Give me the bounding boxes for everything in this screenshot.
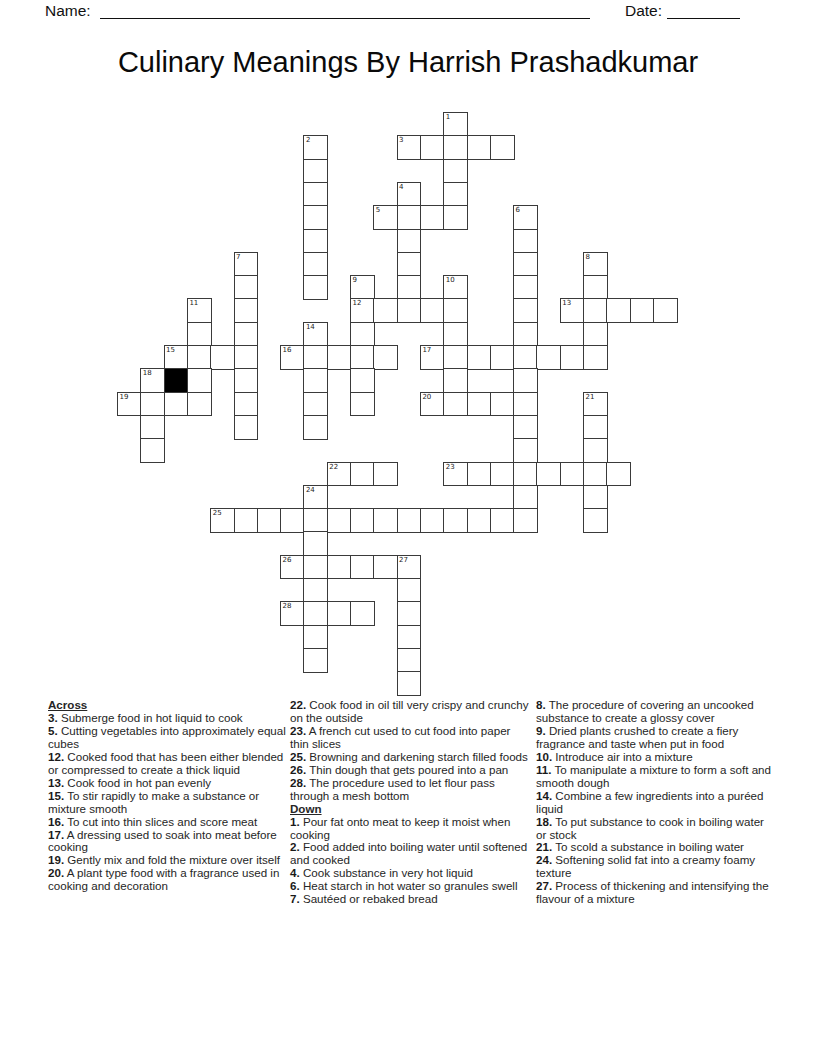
grid-cell[interactable] <box>583 508 608 533</box>
grid-cell[interactable]: 10 <box>443 275 468 300</box>
clue-number: 23. <box>290 724 306 737</box>
grid-cell[interactable] <box>373 508 398 533</box>
grid-cell[interactable] <box>327 345 352 370</box>
clue-number: 11. <box>536 763 551 776</box>
clue-text: A plant type food with a fragrance used … <box>48 866 279 892</box>
clue-item: 15. To stir rapidly to make a substance … <box>48 790 288 816</box>
date-label: Date: <box>625 2 662 20</box>
grid-cell[interactable] <box>513 322 538 347</box>
grid-cell[interactable] <box>606 462 631 487</box>
clue-number: 21. <box>536 840 552 853</box>
clue-number: 16. <box>48 815 64 828</box>
cell-number: 18 <box>143 369 152 377</box>
grid-cell[interactable] <box>257 508 282 533</box>
grid-cell[interactable] <box>210 345 235 370</box>
grid-cell[interactable] <box>397 508 422 533</box>
grid-cell[interactable] <box>583 485 608 510</box>
grid-cell[interactable] <box>513 345 538 370</box>
grid-cell[interactable] <box>397 205 422 230</box>
grid-cell[interactable] <box>513 485 538 510</box>
clue-text: Dried plants crushed to create a fiery f… <box>536 724 738 750</box>
grid-cell[interactable] <box>350 555 375 580</box>
grid-cell[interactable] <box>187 322 212 347</box>
grid-cell[interactable] <box>373 298 398 323</box>
clue-number: 13. <box>48 776 64 789</box>
grid-cell[interactable]: 16 <box>280 345 305 370</box>
grid-cell[interactable] <box>303 648 328 673</box>
grid-cell[interactable] <box>513 462 538 487</box>
grid-cell[interactable]: 1 <box>443 112 468 137</box>
grid-cell[interactable] <box>327 555 352 580</box>
grid-cell[interactable] <box>443 392 468 417</box>
grid-cell[interactable] <box>583 415 608 440</box>
grid-cell[interactable] <box>467 392 492 417</box>
cell-number: 23 <box>446 463 455 471</box>
grid-cell[interactable] <box>583 438 608 463</box>
grid-cell[interactable]: 14 <box>303 322 328 347</box>
clue-number: 24. <box>536 853 552 866</box>
grid-cell[interactable]: 7 <box>234 252 259 277</box>
grid-cell[interactable] <box>653 298 678 323</box>
grid-cell[interactable] <box>350 601 375 626</box>
clue-item: 7. Sautéed or rebaked bread <box>290 893 530 906</box>
grid-cell[interactable]: 11 <box>187 298 212 323</box>
grid-cell[interactable] <box>467 345 492 370</box>
clue-item: 1. Pour fat onto meat to keep it moist w… <box>290 816 530 842</box>
date-fill-line[interactable] <box>667 2 740 19</box>
grid-cell[interactable] <box>303 182 328 207</box>
grid-cell[interactable] <box>513 229 538 254</box>
grid-cell[interactable] <box>373 462 398 487</box>
clue-text: Submerge food in hot liquid to cook <box>58 711 243 724</box>
clue-item: 22. Cook food in oil till very crispy an… <box>290 699 530 725</box>
grid-cell[interactable] <box>303 555 328 580</box>
clue-item: 23. A french cut used to cut food into p… <box>290 725 530 751</box>
grid-cell[interactable] <box>443 508 468 533</box>
clue-text: Cook substance in very hot liquid <box>300 866 473 879</box>
clue-text: Browning and darkening starch filled foo… <box>306 750 528 763</box>
clue-item: 12. Cooked food that has been either ble… <box>48 751 288 777</box>
grid-cell[interactable] <box>303 205 328 230</box>
clue-text: Combine a few ingredients into a puréed … <box>536 789 764 815</box>
clue-column-2: 22. Cook food in oil till very crispy an… <box>290 699 530 906</box>
clue-item: 14. Combine a few ingredients into a pur… <box>536 790 776 816</box>
grid-cell[interactable] <box>420 508 445 533</box>
grid-cell[interactable]: 22 <box>327 462 352 487</box>
black-cell <box>164 368 189 393</box>
cell-number: 17 <box>422 346 431 354</box>
cell-number: 19 <box>120 393 129 401</box>
clue-text: Cutting vegetables into approximately eq… <box>48 724 286 750</box>
clue-item: 20. A plant type food with a fragrance u… <box>48 867 288 893</box>
clue-number: 5. <box>48 724 58 737</box>
clue-number: 4. <box>290 866 300 879</box>
cell-number: 21 <box>586 393 595 401</box>
grid-cell[interactable]: 27 <box>397 555 422 580</box>
clue-text: Cook food in oil till very crispy and cr… <box>290 698 528 724</box>
cell-number: 15 <box>166 346 175 354</box>
grid-cell[interactable]: 19 <box>117 392 142 417</box>
grid-cell[interactable]: 3 <box>397 135 422 160</box>
grid-cell[interactable]: 2 <box>303 135 328 160</box>
cell-number: 7 <box>236 253 240 261</box>
grid-cell[interactable] <box>490 345 515 370</box>
grid-cell[interactable] <box>350 368 375 393</box>
clue-number: 26. <box>290 763 306 776</box>
clue-text: To cut into thin slices and score meat <box>64 815 257 828</box>
grid-cell[interactable] <box>397 252 422 277</box>
grid-cell[interactable]: 8 <box>583 252 608 277</box>
crossword-grid: 1234567891011121314151617181920212223242… <box>117 112 678 696</box>
grid-cell[interactable] <box>397 578 422 603</box>
grid-cell[interactable] <box>630 298 655 323</box>
clue-item: 8. The procedure of covering an uncooked… <box>536 699 776 725</box>
clue-number: 14. <box>536 789 552 802</box>
grid-cell[interactable] <box>467 508 492 533</box>
clue-text: A french cut used to cut food into paper… <box>290 724 510 750</box>
grid-cell[interactable] <box>280 508 305 533</box>
clue-number: 18. <box>536 815 552 828</box>
name-fill-line[interactable] <box>100 2 590 19</box>
grid-cell[interactable] <box>140 415 165 440</box>
grid-cell[interactable] <box>303 275 328 300</box>
grid-cell[interactable]: 9 <box>350 275 375 300</box>
clue-text: Thin dough that gets poured into a pan <box>306 763 508 776</box>
grid-cell[interactable] <box>513 392 538 417</box>
grid-cell[interactable] <box>490 392 515 417</box>
cell-number: 27 <box>399 556 408 564</box>
grid-cell[interactable] <box>234 345 259 370</box>
clue-item: 2. Food added into boiling water until s… <box>290 841 530 867</box>
clue-text: To stir rapidly to make a substance or m… <box>48 789 259 815</box>
clue-text: Sautéed or rebaked bread <box>300 892 438 905</box>
grid-cell[interactable] <box>397 298 422 323</box>
grid-cell[interactable] <box>303 508 328 533</box>
clue-number: 6. <box>290 879 300 892</box>
cell-number: 20 <box>422 393 431 401</box>
grid-cell[interactable] <box>373 345 398 370</box>
grid-cell[interactable] <box>420 298 445 323</box>
grid-cell[interactable]: 24 <box>303 485 328 510</box>
cell-number: 12 <box>353 299 362 307</box>
clue-text: Pour fat onto meat to keep it moist when… <box>290 815 510 841</box>
clue-number: 19. <box>48 853 64 866</box>
cell-number: 1 <box>446 113 450 121</box>
clue-text: Cooked food that has been either blended… <box>48 750 283 776</box>
clue-number: 1. <box>290 815 300 828</box>
grid-cell[interactable]: 20 <box>420 392 445 417</box>
grid-cell[interactable] <box>583 462 608 487</box>
cell-number: 22 <box>329 463 338 471</box>
clue-text: Food added into boiling water until soft… <box>290 840 527 866</box>
clue-item: 11. To manipulate a mixture to form a so… <box>536 764 776 790</box>
clue-item: 17. A dressing used to soak into meat be… <box>48 829 288 855</box>
grid-cell[interactable] <box>443 182 468 207</box>
clue-text: Heat starch in hot water so granules swe… <box>300 879 518 892</box>
cell-number: 28 <box>283 602 292 610</box>
grid-cell[interactable] <box>443 368 468 393</box>
grid-cell[interactable]: 5 <box>373 205 398 230</box>
grid-cell[interactable] <box>513 415 538 440</box>
grid-cell[interactable] <box>234 368 259 393</box>
clue-column-1: Across3. Submerge food in hot liquid to … <box>48 699 288 893</box>
grid-cell[interactable] <box>490 462 515 487</box>
grid-cell[interactable] <box>350 345 375 370</box>
grid-cell[interactable] <box>234 322 259 347</box>
grid-cell[interactable]: 23 <box>443 462 468 487</box>
clue-item: 27. Process of thickening and intensifyi… <box>536 880 776 906</box>
grid-cell[interactable] <box>513 275 538 300</box>
grid-cell[interactable] <box>420 205 445 230</box>
grid-cell[interactable] <box>140 392 165 417</box>
cell-number: 13 <box>562 299 571 307</box>
cell-number: 14 <box>306 323 315 331</box>
clue-text: Gently mix and fold the mixture over its… <box>64 853 280 866</box>
grid-cell[interactable] <box>303 368 328 393</box>
grid-cell[interactable] <box>303 229 328 254</box>
grid-cell[interactable]: 21 <box>583 392 608 417</box>
clue-text: Softening solid fat into a creamy foamy … <box>536 853 755 879</box>
grid-cell[interactable] <box>397 625 422 650</box>
grid-cell[interactable]: 15 <box>164 345 189 370</box>
grid-cell[interactable] <box>583 345 608 370</box>
grid-cell[interactable] <box>234 415 259 440</box>
grid-cell[interactable] <box>234 508 259 533</box>
grid-cell[interactable] <box>490 135 515 160</box>
cell-number: 24 <box>306 486 315 494</box>
grid-cell[interactable] <box>536 345 561 370</box>
grid-cell[interactable] <box>373 555 398 580</box>
clue-item: 18. To put substance to cook in boiling … <box>536 816 776 842</box>
grid-cell[interactable] <box>397 671 422 696</box>
grid-cell[interactable]: 17 <box>420 345 445 370</box>
clue-item: 24. Softening solid fat into a creamy fo… <box>536 854 776 880</box>
clue-text: The procedure used to let flour pass thr… <box>290 776 495 802</box>
clue-number: 3. <box>48 711 58 724</box>
grid-cell[interactable] <box>606 298 631 323</box>
grid-cell[interactable] <box>467 462 492 487</box>
cell-number: 16 <box>283 346 292 354</box>
cell-number: 26 <box>283 556 292 564</box>
clue-number: 25. <box>290 750 306 763</box>
grid-cell[interactable] <box>513 298 538 323</box>
grid-cell[interactable]: 18 <box>140 368 165 393</box>
grid-cell[interactable] <box>327 601 352 626</box>
grid-cell[interactable] <box>443 205 468 230</box>
grid-cell[interactable] <box>303 415 328 440</box>
clue-number: 8. <box>536 698 546 711</box>
grid-cell[interactable] <box>234 298 259 323</box>
grid-cell[interactable] <box>303 159 328 184</box>
cell-number: 8 <box>586 253 590 261</box>
clue-text: To put substance to cook in boiling wate… <box>536 815 764 841</box>
grid-cell[interactable] <box>513 438 538 463</box>
grid-cell[interactable] <box>513 508 538 533</box>
grid-cell[interactable] <box>583 275 608 300</box>
grid-cell[interactable] <box>187 368 212 393</box>
grid-cell[interactable]: 26 <box>280 555 305 580</box>
grid-cell[interactable] <box>303 578 328 603</box>
grid-cell[interactable] <box>513 368 538 393</box>
grid-cell[interactable] <box>303 252 328 277</box>
grid-cell[interactable] <box>443 159 468 184</box>
grid-cell[interactable] <box>327 508 352 533</box>
clue-item: 28. The procedure used to let flour pass… <box>290 777 530 803</box>
grid-cell[interactable] <box>140 438 165 463</box>
clue-text: Process of thickening and intensifying t… <box>536 879 769 905</box>
clue-text: The procedure of covering an uncooked su… <box>536 698 754 724</box>
clue-number: 2. <box>290 840 300 853</box>
grid-cell[interactable]: 12 <box>350 298 375 323</box>
clue-item: 5. Cutting vegetables into approximately… <box>48 725 288 751</box>
clue-number: 22. <box>290 698 306 711</box>
grid-cell[interactable] <box>303 345 328 370</box>
grid-cell[interactable] <box>350 508 375 533</box>
grid-cell[interactable] <box>350 322 375 347</box>
cell-number: 3 <box>399 136 403 144</box>
cell-number: 5 <box>376 206 380 214</box>
clue-text: To scold a substance in boiling water <box>552 840 744 853</box>
cell-number: 10 <box>446 276 455 284</box>
grid-cell[interactable] <box>513 252 538 277</box>
grid-cell[interactable] <box>303 625 328 650</box>
clue-item: 9. Dried plants crushed to create a fier… <box>536 725 776 751</box>
grid-cell[interactable] <box>397 229 422 254</box>
grid-cell[interactable] <box>536 462 561 487</box>
clue-text: Introduce air into a mixture <box>552 750 692 763</box>
grid-cell[interactable] <box>490 508 515 533</box>
grid-cell[interactable] <box>234 392 259 417</box>
grid-cell[interactable] <box>443 135 468 160</box>
grid-cell[interactable] <box>583 298 608 323</box>
grid-cell[interactable]: 28 <box>280 601 305 626</box>
grid-cell[interactable] <box>350 392 375 417</box>
cell-number: 2 <box>306 136 310 144</box>
grid-cell[interactable] <box>303 601 328 626</box>
grid-cell[interactable] <box>187 392 212 417</box>
grid-cell[interactable] <box>303 531 328 556</box>
clue-text: A dressing used to soak into meat before… <box>48 828 277 854</box>
grid-cell[interactable] <box>443 345 468 370</box>
grid-cell[interactable] <box>187 345 212 370</box>
grid-cell[interactable] <box>397 648 422 673</box>
clue-number: 9. <box>536 724 546 737</box>
clue-text: Cook food in hot pan evenly <box>64 776 211 789</box>
grid-cell[interactable]: 6 <box>513 205 538 230</box>
grid-cell[interactable]: 25 <box>210 508 235 533</box>
clue-number: 28. <box>290 776 306 789</box>
clue-number: 15. <box>48 789 64 802</box>
grid-cell[interactable] <box>583 322 608 347</box>
puzzle-title: Culinary Meanings By Harrish Prashadkuma… <box>0 46 816 79</box>
grid-cell[interactable] <box>350 462 375 487</box>
grid-cell[interactable] <box>420 135 445 160</box>
clue-number: 20. <box>48 866 64 879</box>
grid-cell[interactable]: 4 <box>397 182 422 207</box>
grid-cell[interactable] <box>164 392 189 417</box>
clue-number: 7. <box>290 892 300 905</box>
grid-cell[interactable] <box>397 275 422 300</box>
worksheet-page: Name: Date: Culinary Meanings By Harrish… <box>0 0 816 1056</box>
grid-cell[interactable] <box>560 462 585 487</box>
grid-cell[interactable] <box>234 275 259 300</box>
clue-column-3: 8. The procedure of covering an uncooked… <box>536 699 776 906</box>
clue-number: 10. <box>536 750 552 763</box>
grid-cell[interactable] <box>303 392 328 417</box>
cell-number: 4 <box>399 183 403 191</box>
grid-cell[interactable] <box>467 135 492 160</box>
grid-cell[interactable] <box>560 345 585 370</box>
grid-cell[interactable] <box>443 298 468 323</box>
cell-number: 6 <box>516 206 520 214</box>
cell-number: 9 <box>353 276 357 284</box>
clue-number: 12. <box>48 750 64 763</box>
grid-cell[interactable] <box>397 601 422 626</box>
clue-text: To manipulate a mixture to form a soft a… <box>536 763 771 789</box>
clue-number: 17. <box>48 828 64 841</box>
cell-number: 11 <box>189 299 198 307</box>
name-label: Name: <box>45 2 91 20</box>
grid-cell[interactable]: 13 <box>560 298 585 323</box>
grid-cell[interactable] <box>443 322 468 347</box>
clue-number: 27. <box>536 879 552 892</box>
cell-number: 25 <box>213 509 222 517</box>
